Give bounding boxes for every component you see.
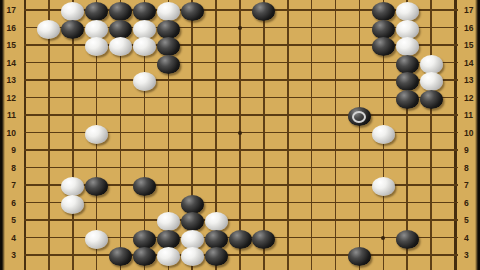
stone-white-R15 [396, 37, 419, 56]
stone-black-G16 [157, 20, 180, 39]
stone-white-D10 [85, 125, 108, 144]
stone-white-E15 [109, 37, 132, 56]
stone-white-D4 [85, 230, 108, 249]
stone-white-B16 [37, 20, 60, 39]
stone-white-D16 [85, 20, 108, 39]
stone-white-H4 [181, 230, 204, 249]
stone-black-E16 [109, 20, 132, 39]
grid-column-S [430, 0, 432, 270]
grid-column-B [48, 0, 50, 270]
stone-black-G14 [157, 55, 180, 74]
stone-black-E3 [109, 247, 132, 266]
star-point-Q4 [381, 236, 385, 240]
stone-black-Q17 [372, 2, 395, 21]
grid-row-8 [24, 167, 458, 169]
stone-white-F16 [133, 20, 156, 39]
stone-white-G5 [157, 212, 180, 231]
grid-row-14 [24, 62, 458, 64]
grid-column-N [311, 0, 313, 270]
stone-black-K4 [229, 230, 252, 249]
star-point-K16 [238, 26, 242, 30]
star-point-K10 [238, 131, 242, 135]
stone-black-H17 [181, 2, 204, 21]
stone-black-G15 [157, 37, 180, 56]
stone-white-C7 [61, 177, 84, 196]
stone-black-J3 [205, 247, 228, 266]
stone-black-P3 [348, 247, 371, 266]
grid-column-M [287, 0, 289, 270]
stone-white-S14 [420, 55, 443, 74]
grid-row-9 [24, 149, 458, 151]
stone-white-F15 [133, 37, 156, 56]
grid-column-T [454, 0, 457, 270]
stone-white-D15 [85, 37, 108, 56]
stone-black-C16 [61, 20, 84, 39]
grid-row-13 [24, 79, 458, 81]
stone-black-R14 [396, 55, 419, 74]
grid-row-11 [24, 114, 458, 116]
stone-black-F7 [133, 177, 156, 196]
stone-black-R4 [396, 230, 419, 249]
grid-column-O [335, 0, 337, 270]
stone-black-D17 [85, 2, 108, 21]
grid-column-C [72, 0, 74, 270]
stone-black-E17 [109, 2, 132, 21]
grid-row-12 [24, 97, 458, 99]
stone-black-R12 [396, 90, 419, 109]
stone-black-Q15 [372, 37, 395, 56]
stone-black-H6 [181, 195, 204, 214]
stone-white-R16 [396, 20, 419, 39]
stone-white-Q7 [372, 177, 395, 196]
stone-black-D7 [85, 177, 108, 196]
stone-white-G3 [157, 247, 180, 266]
right-screen-edge [475, 0, 480, 270]
stone-white-F13 [133, 72, 156, 91]
stone-black-R13 [396, 72, 419, 91]
stone-black-F3 [133, 247, 156, 266]
stone-black-L17 [252, 2, 275, 21]
stone-white-Q10 [372, 125, 395, 144]
stone-black-F17 [133, 2, 156, 21]
grid-column-P [359, 0, 361, 270]
stone-black-F4 [133, 230, 156, 249]
stone-white-S13 [420, 72, 443, 91]
stone-black-J4 [205, 230, 228, 249]
grid-row-6 [24, 202, 458, 204]
stone-black-L4 [252, 230, 275, 249]
grid-column-A [24, 0, 26, 270]
stone-white-J5 [205, 212, 228, 231]
stone-white-R17 [396, 2, 419, 21]
stone-black-G4 [157, 230, 180, 249]
stone-black-S12 [420, 90, 443, 109]
stone-white-H3 [181, 247, 204, 266]
stone-black-Q16 [372, 20, 395, 39]
grid-row-3 [24, 254, 458, 256]
stone-white-C17 [61, 2, 84, 21]
stone-white-G17 [157, 2, 180, 21]
grid-row-5 [24, 219, 458, 221]
stone-white-C6 [61, 195, 84, 214]
left-screen-edge [0, 0, 5, 270]
stone-black-H5 [181, 212, 204, 231]
go-board-screenshot: 1717161615151414131312121111101099887766… [0, 0, 480, 270]
